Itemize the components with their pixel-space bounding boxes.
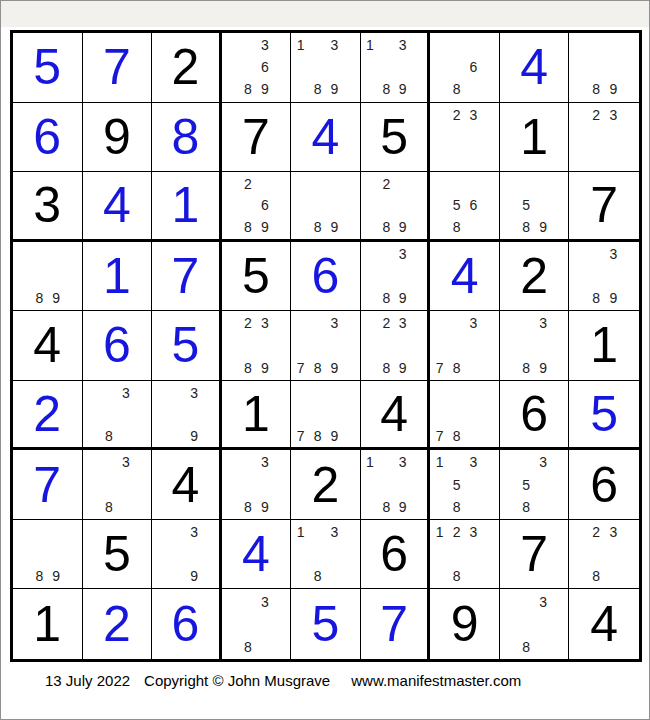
cell-r7c4[interactable]: 389 — [222, 450, 292, 520]
candidate-grid: 39 — [153, 382, 219, 447]
cell-r4c9[interactable]: 389 — [569, 242, 639, 312]
candidate-8: 8 — [588, 565, 605, 587]
cell-value: 7 — [361, 589, 428, 659]
cell-value: 6 — [569, 450, 639, 519]
candidate-9: 9 — [256, 216, 273, 238]
candidate-9: 9 — [395, 496, 411, 518]
candidate-3: 3 — [186, 382, 202, 404]
cell-r5c8[interactable]: 389 — [500, 311, 570, 381]
candidate-2: 2 — [378, 173, 394, 195]
cell-r9c1[interactable]: 1 — [13, 589, 83, 659]
cell-value: 8 — [152, 103, 219, 172]
cell-value: 5 — [361, 103, 428, 172]
candidate-9: 9 — [256, 78, 273, 100]
cell-r5c6[interactable]: 2389 — [361, 311, 431, 381]
candidate-3: 3 — [117, 451, 134, 473]
candidate-8: 8 — [309, 78, 326, 100]
candidate-2: 2 — [240, 173, 257, 195]
cell-r6c7[interactable]: 78 — [430, 381, 500, 451]
cell-r5c1[interactable]: 4 — [13, 311, 83, 381]
candidate-grid: 389 — [223, 451, 291, 518]
candidate-grid: 38 — [223, 590, 291, 658]
cell-r4c4[interactable]: 5 — [222, 242, 292, 312]
candidate-8: 8 — [378, 78, 394, 100]
cell-r5c2[interactable]: 6 — [83, 311, 153, 381]
sudoku-board: 5723689138913896848969874523123341268989… — [10, 30, 642, 662]
candidate-3: 3 — [256, 451, 273, 473]
candidate-9: 9 — [535, 357, 552, 379]
candidate-9: 9 — [256, 496, 273, 518]
cell-r4c8[interactable]: 2 — [500, 242, 570, 312]
cell-r6c1[interactable]: 2 — [13, 381, 83, 451]
candidate-grid: 38 — [84, 451, 152, 518]
cell-value: 5 — [569, 381, 639, 448]
candidate-3: 3 — [395, 451, 411, 473]
cell-r5c9[interactable]: 1 — [569, 311, 639, 381]
candidate-9: 9 — [256, 357, 273, 379]
cell-r8c9[interactable]: 238 — [569, 520, 639, 590]
candidate-3: 3 — [535, 590, 552, 613]
cell-r8c7[interactable]: 1238 — [430, 520, 500, 590]
footer-website: www.manifestmaster.com — [351, 672, 521, 689]
candidate-8: 8 — [31, 565, 48, 587]
candidate-grid: 38 — [501, 590, 569, 658]
cell-r7c5[interactable]: 2 — [291, 450, 361, 520]
cell-r1c7[interactable]: 68 — [430, 33, 500, 103]
cell-value: 4 — [152, 450, 219, 519]
page: 5723689138913896848969874523123341268989… — [0, 0, 650, 720]
cell-r7c8[interactable]: 358 — [500, 450, 570, 520]
cell-r2c4[interactable]: 7 — [222, 103, 292, 173]
candidate-grid: 1389 — [292, 34, 360, 101]
cell-value: 5 — [83, 520, 152, 589]
candidate-grid: 138 — [292, 521, 360, 588]
candidate-7: 7 — [431, 425, 448, 447]
candidate-8: 8 — [240, 357, 257, 379]
candidate-8: 8 — [240, 496, 257, 518]
cell-value: 2 — [83, 589, 152, 659]
cell-r4c2[interactable]: 1 — [83, 242, 153, 312]
candidate-grid: 1389 — [362, 34, 428, 101]
cell-r1c8[interactable]: 4 — [500, 33, 570, 103]
footer-date: 13 July 2022 — [45, 672, 130, 689]
candidate-9: 9 — [535, 216, 552, 238]
cell-value: 6 — [361, 520, 428, 589]
cell-r6c9[interactable]: 5 — [569, 381, 639, 451]
candidate-7: 7 — [292, 357, 309, 379]
cell-value: 4 — [500, 33, 569, 102]
candidate-grid: 1238 — [431, 521, 499, 588]
candidate-grid: 2389 — [223, 312, 291, 379]
candidate-2: 2 — [448, 104, 465, 126]
candidate-1: 1 — [292, 34, 309, 56]
candidate-3: 3 — [326, 312, 343, 334]
candidate-5: 5 — [518, 195, 535, 217]
candidate-grid: 23 — [431, 104, 499, 171]
candidate-6: 6 — [256, 195, 273, 217]
cell-value: 7 — [13, 450, 82, 519]
cell-r2c3[interactable]: 8 — [152, 103, 222, 173]
candidate-3: 3 — [326, 34, 343, 56]
candidate-8: 8 — [378, 496, 394, 518]
candidate-8: 8 — [378, 357, 394, 379]
cell-r9c6[interactable]: 7 — [361, 589, 431, 659]
cell-r9c5[interactable]: 5 — [291, 589, 361, 659]
candidate-grid: 78 — [431, 382, 499, 447]
cell-value: 1 — [222, 381, 291, 448]
cell-value: 2 — [291, 450, 360, 519]
cell-r2c1[interactable]: 6 — [13, 103, 83, 173]
cell-value: 1 — [13, 589, 82, 659]
candidate-3: 3 — [186, 521, 202, 543]
candidate-3: 3 — [256, 34, 273, 56]
candidate-8: 8 — [309, 357, 326, 379]
candidate-3: 3 — [535, 451, 552, 473]
cell-value: 2 — [13, 381, 82, 448]
cell-r4c3[interactable]: 7 — [152, 242, 222, 312]
cell-value: 7 — [500, 520, 569, 589]
cell-r9c3[interactable]: 6 — [152, 589, 222, 659]
candidate-grid: 68 — [431, 34, 499, 101]
candidate-3: 3 — [605, 104, 622, 126]
cell-r6c4[interactable]: 1 — [222, 381, 292, 451]
candidate-2: 2 — [588, 104, 605, 126]
cell-r1c1[interactable]: 5 — [13, 33, 83, 103]
cell-r3c2[interactable]: 4 — [83, 172, 153, 242]
cell-value: 6 — [152, 589, 219, 659]
candidate-grid: 358 — [501, 451, 569, 518]
cell-value: 6 — [291, 242, 360, 311]
candidate-3: 3 — [605, 521, 622, 543]
candidate-8: 8 — [448, 565, 465, 587]
candidate-3: 3 — [395, 34, 411, 56]
cell-value: 6 — [13, 103, 82, 172]
cell-r6c2[interactable]: 38 — [83, 381, 153, 451]
candidate-grid: 289 — [362, 173, 428, 238]
candidate-8: 8 — [518, 496, 535, 518]
candidate-grid: 89 — [14, 243, 82, 310]
cell-value: 6 — [500, 381, 569, 448]
candidate-8: 8 — [518, 357, 535, 379]
cell-value: 4 — [83, 172, 152, 239]
cell-r2c7[interactable]: 23 — [430, 103, 500, 173]
cell-r6c8[interactable]: 6 — [500, 381, 570, 451]
cell-r2c2[interactable]: 9 — [83, 103, 153, 173]
footer-copyright: Copyright © John Musgrave — [144, 672, 330, 689]
cell-r7c7[interactable]: 1358 — [430, 450, 500, 520]
candidate-8: 8 — [588, 287, 605, 309]
footer: 13 July 2022Copyright © John Musgravewww… — [45, 672, 521, 689]
candidate-2: 2 — [240, 312, 257, 334]
candidate-6: 6 — [465, 56, 482, 78]
cell-value: 5 — [291, 589, 360, 659]
cell-r9c4[interactable]: 38 — [222, 589, 292, 659]
candidate-9: 9 — [395, 287, 411, 309]
cell-r9c8[interactable]: 38 — [500, 589, 570, 659]
candidate-1: 1 — [362, 34, 378, 56]
candidate-1: 1 — [431, 521, 448, 543]
cell-value: 4 — [13, 311, 82, 380]
candidate-9: 9 — [605, 287, 622, 309]
cell-r8c8[interactable]: 7 — [500, 520, 570, 590]
candidate-3: 3 — [256, 312, 273, 334]
candidate-8: 8 — [240, 216, 257, 238]
cell-value: 5 — [13, 33, 82, 102]
candidate-3: 3 — [395, 243, 411, 265]
cell-r3c7[interactable]: 568 — [430, 172, 500, 242]
cell-r6c5[interactable]: 789 — [291, 381, 361, 451]
candidate-3: 3 — [605, 243, 622, 265]
candidate-3: 3 — [535, 312, 552, 334]
candidate-8: 8 — [240, 78, 257, 100]
candidate-3: 3 — [256, 590, 273, 613]
cell-value: 9 — [430, 589, 499, 659]
cell-r8c1[interactable]: 89 — [13, 520, 83, 590]
cell-r3c8[interactable]: 589 — [500, 172, 570, 242]
cell-value: 1 — [569, 311, 639, 380]
cell-r1c9[interactable]: 89 — [569, 33, 639, 103]
candidate-8: 8 — [378, 287, 394, 309]
candidate-7: 7 — [431, 357, 448, 379]
candidate-8: 8 — [31, 287, 48, 309]
candidate-7: 7 — [292, 425, 309, 447]
cell-r9c7[interactable]: 9 — [430, 589, 500, 659]
candidate-8: 8 — [588, 78, 605, 100]
cell-r5c5[interactable]: 3789 — [291, 311, 361, 381]
candidate-grid: 389 — [570, 243, 639, 310]
cell-r4c5[interactable]: 6 — [291, 242, 361, 312]
cell-r7c9[interactable]: 6 — [569, 450, 639, 520]
cell-value: 4 — [291, 103, 360, 172]
cell-value: 4 — [569, 589, 639, 659]
cell-r6c6[interactable]: 4 — [361, 381, 431, 451]
candidate-grid: 89 — [570, 34, 639, 101]
cell-value: 2 — [500, 242, 569, 311]
cell-r1c2[interactable]: 7 — [83, 33, 153, 103]
candidate-1: 1 — [362, 451, 378, 473]
candidate-2: 2 — [378, 312, 394, 334]
candidate-8: 8 — [448, 357, 465, 379]
cell-value: 1 — [500, 103, 569, 172]
candidate-5: 5 — [518, 474, 535, 496]
candidate-9: 9 — [326, 78, 343, 100]
candidate-9: 9 — [395, 216, 411, 238]
candidate-8: 8 — [448, 496, 465, 518]
cell-r2c6[interactable]: 5 — [361, 103, 431, 173]
candidate-8: 8 — [309, 216, 326, 238]
cell-r5c4[interactable]: 2389 — [222, 311, 292, 381]
candidate-9: 9 — [326, 425, 343, 447]
cell-value: 4 — [222, 520, 291, 589]
candidate-3: 3 — [395, 312, 411, 334]
candidate-grid: 1389 — [362, 451, 428, 518]
cell-r3c5[interactable]: 89 — [291, 172, 361, 242]
candidate-6: 6 — [256, 56, 273, 78]
cell-r4c7[interactable]: 4 — [430, 242, 500, 312]
cell-r8c5[interactable]: 138 — [291, 520, 361, 590]
candidate-1: 1 — [292, 521, 309, 543]
cell-r8c3[interactable]: 39 — [152, 520, 222, 590]
candidate-grid: 2689 — [223, 173, 291, 238]
candidate-8: 8 — [448, 78, 465, 100]
cell-r3c4[interactable]: 2689 — [222, 172, 292, 242]
candidate-8: 8 — [240, 635, 257, 658]
cell-r3c6[interactable]: 289 — [361, 172, 431, 242]
candidate-grid: 238 — [570, 521, 639, 588]
candidate-grid: 378 — [431, 312, 499, 379]
cell-value: 5 — [222, 242, 291, 311]
cell-r8c6[interactable]: 6 — [361, 520, 431, 590]
candidate-8: 8 — [100, 496, 117, 518]
candidate-8: 8 — [100, 425, 117, 447]
candidate-grid: 39 — [153, 521, 219, 588]
candidate-3: 3 — [465, 104, 482, 126]
window-top-strip — [1, 1, 649, 27]
candidate-8: 8 — [518, 635, 535, 658]
candidate-9: 9 — [186, 565, 202, 587]
cell-value: 5 — [152, 311, 219, 380]
candidate-8: 8 — [309, 425, 326, 447]
candidate-grid: 3789 — [292, 312, 360, 379]
candidate-6: 6 — [465, 195, 482, 217]
cell-r7c2[interactable]: 38 — [83, 450, 153, 520]
cell-r3c9[interactable]: 7 — [569, 172, 639, 242]
cell-value: 3 — [13, 172, 82, 239]
cell-value: 1 — [152, 172, 219, 239]
cell-r1c3[interactable]: 2 — [152, 33, 222, 103]
cell-value: 2 — [152, 33, 219, 102]
candidate-8: 8 — [378, 216, 394, 238]
candidate-8: 8 — [518, 216, 535, 238]
cell-r2c9[interactable]: 23 — [569, 103, 639, 173]
cell-value: 6 — [83, 311, 152, 380]
cell-r8c2[interactable]: 5 — [83, 520, 153, 590]
candidate-grid: 2389 — [362, 312, 428, 379]
candidate-grid: 389 — [501, 312, 569, 379]
candidate-3: 3 — [117, 382, 134, 404]
candidate-9: 9 — [395, 78, 411, 100]
candidate-grid: 89 — [292, 173, 360, 238]
candidate-2: 2 — [448, 521, 465, 543]
candidate-grid: 1358 — [431, 451, 499, 518]
cell-r5c3[interactable]: 5 — [152, 311, 222, 381]
candidate-9: 9 — [395, 357, 411, 379]
candidate-9: 9 — [605, 78, 622, 100]
candidate-grid: 568 — [431, 173, 499, 238]
candidate-9: 9 — [326, 357, 343, 379]
cell-r5c7[interactable]: 378 — [430, 311, 500, 381]
candidate-9: 9 — [48, 565, 65, 587]
candidate-8: 8 — [448, 425, 465, 447]
cell-r6c3[interactable]: 39 — [152, 381, 222, 451]
candidate-5: 5 — [448, 195, 465, 217]
candidate-3: 3 — [326, 521, 343, 543]
candidate-3: 3 — [465, 521, 482, 543]
candidate-1: 1 — [431, 451, 448, 473]
cell-value: 4 — [361, 381, 428, 448]
cell-value: 7 — [222, 103, 291, 172]
candidate-8: 8 — [309, 565, 326, 587]
cell-value: 1 — [83, 242, 152, 311]
candidate-grid: 38 — [84, 382, 152, 447]
candidate-grid: 789 — [292, 382, 360, 447]
cell-r4c1[interactable]: 89 — [13, 242, 83, 312]
cell-r9c9[interactable]: 4 — [569, 589, 639, 659]
cell-value: 7 — [83, 33, 152, 102]
cell-r9c2[interactable]: 2 — [83, 589, 153, 659]
cell-r8c4[interactable]: 4 — [222, 520, 292, 590]
candidate-3: 3 — [465, 312, 482, 334]
candidate-9: 9 — [186, 425, 202, 447]
cell-r7c1[interactable]: 7 — [13, 450, 83, 520]
candidate-grid: 89 — [14, 521, 82, 588]
candidate-9: 9 — [48, 287, 65, 309]
candidate-8: 8 — [448, 216, 465, 238]
cell-value: 9 — [83, 103, 152, 172]
cell-value: 7 — [569, 172, 639, 239]
cell-r1c4[interactable]: 3689 — [222, 33, 292, 103]
candidate-2: 2 — [588, 521, 605, 543]
cell-r1c6[interactable]: 1389 — [361, 33, 431, 103]
candidate-grid: 23 — [570, 104, 639, 171]
cell-r1c5[interactable]: 1389 — [291, 33, 361, 103]
candidate-grid: 589 — [501, 173, 569, 238]
cell-r3c3[interactable]: 1 — [152, 172, 222, 242]
candidate-9: 9 — [326, 216, 343, 238]
cell-r4c6[interactable]: 389 — [361, 242, 431, 312]
candidate-grid: 389 — [362, 243, 428, 310]
cell-value: 7 — [152, 242, 219, 311]
cell-r7c3[interactable]: 4 — [152, 450, 222, 520]
candidate-3: 3 — [465, 451, 482, 473]
cell-r3c1[interactable]: 3 — [13, 172, 83, 242]
candidate-grid: 3689 — [223, 34, 291, 101]
cell-r2c5[interactable]: 4 — [291, 103, 361, 173]
candidate-5: 5 — [448, 474, 465, 496]
cell-r2c8[interactable]: 1 — [500, 103, 570, 173]
cell-value: 4 — [430, 242, 499, 311]
cell-r7c6[interactable]: 1389 — [361, 450, 431, 520]
